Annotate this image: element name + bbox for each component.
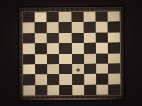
square-r7c8 — [108, 74, 120, 84]
square-r2c5 — [71, 22, 83, 32]
square-r1c3 — [47, 12, 59, 22]
square-r6c3 — [47, 64, 59, 74]
square-r7c3 — [47, 74, 59, 84]
square-r5c5 — [72, 53, 84, 63]
square-r1c7 — [95, 12, 107, 22]
square-r6c7 — [96, 64, 108, 74]
square-r5c7 — [96, 53, 108, 63]
square-r3c8 — [108, 32, 120, 42]
square-r3c2 — [35, 33, 47, 43]
square-r8c5 — [72, 85, 84, 95]
square-r4c3 — [47, 43, 59, 53]
square-r7c6 — [84, 74, 96, 84]
square-r4c8 — [108, 43, 120, 53]
square-r4c7 — [96, 43, 108, 53]
square-r8c1 — [23, 85, 35, 95]
square-r7c1 — [23, 75, 35, 85]
square-r7c7 — [96, 74, 108, 84]
square-r5c1 — [23, 54, 35, 64]
square-r8c3 — [48, 85, 60, 95]
square-r2c1 — [23, 23, 35, 33]
square-r6c8 — [108, 63, 120, 73]
square-r3c7 — [96, 32, 108, 42]
square-r6c1 — [23, 64, 35, 74]
square-r3c4 — [59, 33, 71, 43]
square-r3c1 — [23, 33, 35, 43]
chessboard — [19, 7, 125, 101]
square-r2c3 — [47, 22, 59, 32]
square-r6c6 — [84, 64, 96, 74]
square-r6c2 — [35, 64, 47, 74]
square-r4c6 — [84, 43, 96, 53]
square-r3c6 — [83, 33, 95, 43]
photo-background — [0, 0, 142, 106]
square-r2c8 — [108, 22, 120, 32]
square-r6c5 — [72, 64, 84, 74]
square-r1c4 — [59, 12, 71, 22]
square-r8c8 — [108, 84, 120, 94]
square-r8c2 — [35, 85, 47, 95]
square-r5c6 — [84, 53, 96, 63]
square-r4c2 — [35, 43, 47, 53]
square-r1c1 — [23, 12, 35, 22]
wood-blemish — [75, 68, 80, 72]
square-r7c2 — [35, 74, 47, 84]
square-r8c7 — [96, 84, 108, 94]
square-r1c8 — [108, 12, 120, 22]
square-r7c5 — [72, 74, 84, 84]
square-r3c5 — [71, 33, 83, 43]
square-r5c2 — [35, 54, 47, 64]
square-r2c4 — [59, 22, 71, 32]
square-r2c7 — [95, 22, 107, 32]
square-r6c4 — [59, 64, 71, 74]
square-r4c1 — [23, 43, 35, 53]
square-r7c4 — [60, 74, 72, 84]
square-r8c6 — [84, 84, 96, 94]
square-r3c3 — [47, 33, 59, 43]
square-r5c4 — [59, 54, 71, 64]
square-r5c8 — [108, 53, 120, 63]
square-r2c2 — [35, 23, 47, 33]
square-r1c6 — [83, 12, 95, 22]
square-r8c4 — [60, 85, 72, 95]
square-r1c2 — [35, 12, 47, 22]
square-r2c6 — [83, 22, 95, 32]
board-grid — [23, 12, 121, 96]
square-r4c4 — [59, 43, 71, 53]
square-r5c3 — [47, 54, 59, 64]
square-r4c5 — [71, 43, 83, 53]
square-r1c5 — [71, 12, 83, 22]
